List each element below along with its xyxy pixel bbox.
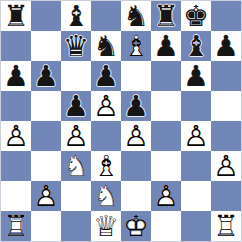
square-f5[interactable] [151,91,181,121]
square-f8[interactable]: ♜ [151,1,181,31]
square-a6[interactable]: ♟ [1,61,31,91]
white-king[interactable]: ♚♔ [121,211,151,241]
square-e7[interactable]: ♝♗ [121,31,151,61]
square-e3[interactable] [121,151,151,181]
square-h6[interactable] [211,61,241,91]
white-pawn[interactable]: ♟♙ [91,91,121,121]
square-h2[interactable] [211,181,241,211]
square-c8[interactable]: ♝ [61,1,91,31]
square-g5[interactable] [181,91,211,121]
chess-board-container: ♜♝♞♜♚♛♞♝♗♟♝♟♟♟♟♟♟♟♙♟♟♙♟♙♟♙♟♙♞♘♝♗♟♙♟♙♞♘♟♙… [0,0,242,242]
square-h4[interactable] [211,121,241,151]
white-pawn[interactable]: ♟♙ [151,181,181,211]
square-c7[interactable]: ♛ [61,31,91,61]
square-d1[interactable]: ♛♕ [91,211,121,241]
black-bishop[interactable]: ♝ [181,31,211,61]
black-pawn[interactable]: ♟ [211,31,241,61]
square-h1[interactable]: ♜♖ [211,211,241,241]
square-c6[interactable] [61,61,91,91]
square-h7[interactable]: ♟ [211,31,241,61]
black-knight[interactable]: ♞ [91,31,121,61]
chess-board: ♜♝♞♜♚♛♞♝♗♟♝♟♟♟♟♟♟♟♙♟♟♙♟♙♟♙♟♙♞♘♝♗♟♙♟♙♞♘♟♙… [0,0,242,242]
black-queen[interactable]: ♛ [61,31,91,61]
square-c5[interactable]: ♟ [61,91,91,121]
white-pawn[interactable]: ♟♙ [211,151,241,181]
black-knight[interactable]: ♞ [121,1,151,31]
square-d5[interactable]: ♟♙ [91,91,121,121]
square-g1[interactable] [181,211,211,241]
square-d8[interactable] [91,1,121,31]
square-d7[interactable]: ♞ [91,31,121,61]
square-g6[interactable]: ♟ [181,61,211,91]
square-f4[interactable] [151,121,181,151]
black-bishop[interactable]: ♝ [61,1,91,31]
square-c4[interactable]: ♟♙ [61,121,91,151]
square-a5[interactable] [1,91,31,121]
white-bishop[interactable]: ♝♗ [121,31,151,61]
square-g2[interactable] [181,181,211,211]
black-pawn[interactable]: ♟ [151,31,181,61]
square-b3[interactable] [31,151,61,181]
square-g8[interactable]: ♚ [181,1,211,31]
square-g7[interactable]: ♝ [181,31,211,61]
square-a1[interactable]: ♜♖ [1,211,31,241]
white-knight[interactable]: ♞♘ [61,151,91,181]
square-d2[interactable]: ♞♘ [91,181,121,211]
black-king[interactable]: ♚ [181,1,211,31]
black-pawn[interactable]: ♟ [1,61,31,91]
white-pawn[interactable]: ♟♙ [121,121,151,151]
square-f6[interactable] [151,61,181,91]
square-f1[interactable] [151,211,181,241]
black-pawn[interactable]: ♟ [61,91,91,121]
square-h3[interactable]: ♟♙ [211,151,241,181]
square-c2[interactable] [61,181,91,211]
square-a3[interactable] [1,151,31,181]
square-b6[interactable]: ♟ [31,61,61,91]
square-e2[interactable] [121,181,151,211]
square-g3[interactable] [181,151,211,181]
white-pawn[interactable]: ♟♙ [31,181,61,211]
square-f7[interactable]: ♟ [151,31,181,61]
square-f3[interactable] [151,151,181,181]
square-c3[interactable]: ♞♘ [61,151,91,181]
square-f2[interactable]: ♟♙ [151,181,181,211]
black-rook[interactable]: ♜ [151,1,181,31]
square-a7[interactable] [1,31,31,61]
white-pawn[interactable]: ♟♙ [181,121,211,151]
white-rook[interactable]: ♜♖ [1,211,31,241]
white-rook[interactable]: ♜♖ [211,211,241,241]
square-b8[interactable] [31,1,61,31]
square-a2[interactable] [1,181,31,211]
square-e6[interactable] [121,61,151,91]
white-queen[interactable]: ♛♕ [91,211,121,241]
black-pawn[interactable]: ♟ [121,91,151,121]
square-b5[interactable] [31,91,61,121]
square-h8[interactable] [211,1,241,31]
square-c1[interactable] [61,211,91,241]
white-pawn[interactable]: ♟♙ [61,121,91,151]
white-bishop[interactable]: ♝♗ [91,151,121,181]
black-pawn[interactable]: ♟ [91,61,121,91]
black-pawn[interactable]: ♟ [31,61,61,91]
square-d4[interactable] [91,121,121,151]
black-pawn[interactable]: ♟ [181,61,211,91]
square-g4[interactable]: ♟♙ [181,121,211,151]
square-e4[interactable]: ♟♙ [121,121,151,151]
square-a8[interactable]: ♜ [1,1,31,31]
square-a4[interactable]: ♟♙ [1,121,31,151]
square-b4[interactable] [31,121,61,151]
square-d3[interactable]: ♝♗ [91,151,121,181]
square-d6[interactable]: ♟ [91,61,121,91]
square-e1[interactable]: ♚♔ [121,211,151,241]
black-rook[interactable]: ♜ [1,1,31,31]
square-b2[interactable]: ♟♙ [31,181,61,211]
white-knight[interactable]: ♞♘ [91,181,121,211]
square-b7[interactable] [31,31,61,61]
square-e5[interactable]: ♟ [121,91,151,121]
white-pawn[interactable]: ♟♙ [1,121,31,151]
square-e8[interactable]: ♞ [121,1,151,31]
square-b1[interactable] [31,211,61,241]
square-h5[interactable] [211,91,241,121]
